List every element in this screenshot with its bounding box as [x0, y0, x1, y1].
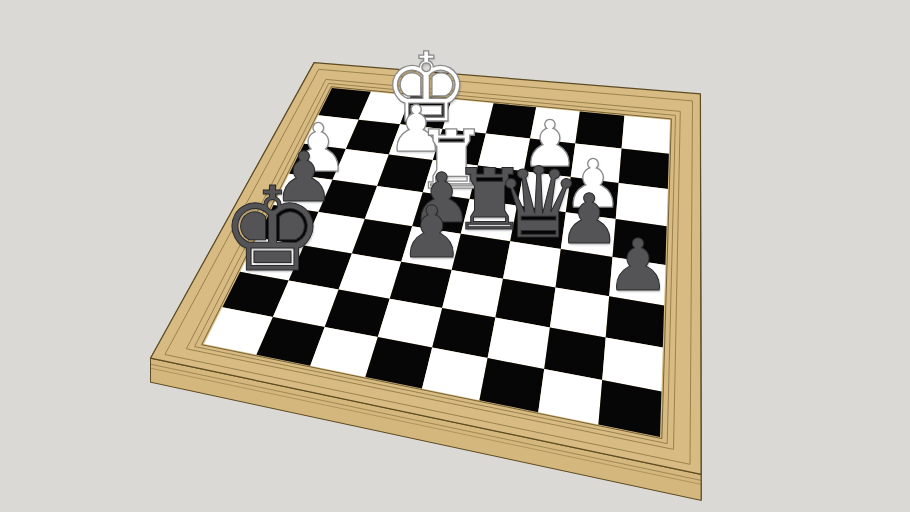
square-a1[interactable] — [622, 116, 670, 154]
square-b1[interactable] — [575, 112, 624, 149]
piece-black-pawn-a5[interactable]: ♟ — [602, 230, 674, 302]
piece-black-pawn-e5[interactable]: ♟ — [396, 197, 468, 269]
piece-black-king-h6[interactable]: ♚ — [215, 172, 331, 288]
scene: ♚♟♟♟♜♟♟♟♜♛♟♟♟♚ — [0, 0, 910, 512]
